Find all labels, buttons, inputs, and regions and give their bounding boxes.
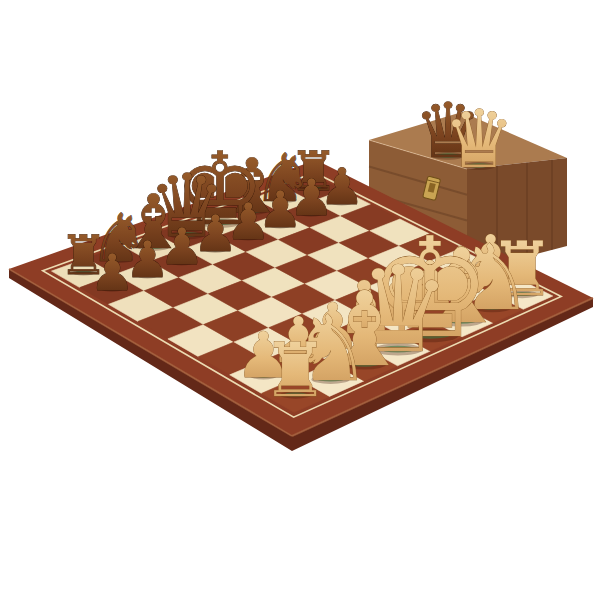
chess-scene-canvas: ♛♛♜♞♟♝♟♚♟♛♟♝♟♞♟♜♟♟♟♟♜♟♞♟♝♟♚♟♛♟♝♟♞♜ — [0, 0, 600, 600]
piece-light-rook-a1: ♜ — [262, 327, 329, 414]
chess-set-product-photo: ♛♛♜♞♟♝♟♚♟♛♟♝♟♞♟♜♟♟♟♟♜♟♞♟♝♟♚♟♛♟♝♟♞♜ — [0, 0, 600, 600]
extra-queen-light: ♛ — [443, 93, 515, 186]
piece-dark-pawn-a7: ♟ — [90, 243, 135, 302]
extra-queens-on-box: ♛♛ — [414, 86, 515, 186]
